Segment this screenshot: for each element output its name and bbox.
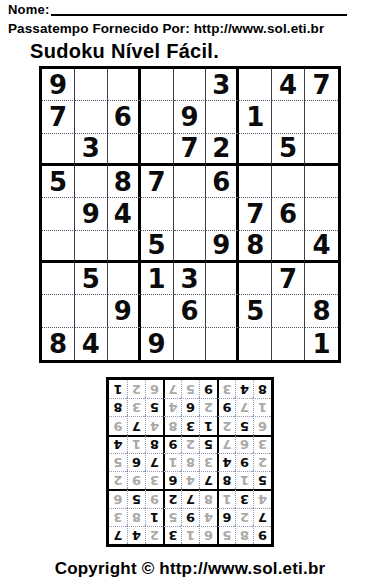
sudoku-cell xyxy=(42,134,75,166)
solution-cell: 2 xyxy=(163,489,181,507)
solution-cell: 4 xyxy=(163,398,181,416)
solution-cell: 9 xyxy=(163,435,181,453)
solution-cell: 2 xyxy=(235,508,253,526)
sudoku-cell xyxy=(174,198,207,230)
solution-cell: 2 xyxy=(181,435,199,453)
sudoku-cell: 7 xyxy=(141,166,174,198)
sudoku-cell xyxy=(75,166,108,198)
solution-cell: 9 xyxy=(253,526,271,544)
sudoku-cell xyxy=(141,134,174,166)
solution-cell: 7 xyxy=(199,471,217,489)
sudoku-cell xyxy=(239,328,272,360)
sudoku-cell: 7 xyxy=(272,263,305,295)
solution-cell: 9 xyxy=(127,471,145,489)
sudoku-cell xyxy=(206,295,239,327)
solution-cell: 6 xyxy=(109,489,127,507)
sudoku-cell xyxy=(206,198,239,230)
solution-cell: 5 xyxy=(181,380,199,398)
sudoku-cell xyxy=(174,166,207,198)
solution-cell: 6 xyxy=(217,508,235,526)
sudoku-cell xyxy=(42,263,75,295)
solution-cell: 8 xyxy=(253,380,271,398)
printable-sudoku-page: Nome: Passatempo Fornecido Por: http://w… xyxy=(0,0,380,585)
sudoku-cell: 7 xyxy=(174,134,207,166)
sudoku-cell: 9 xyxy=(42,69,75,101)
solution-cell: 1 xyxy=(199,416,217,434)
sudoku-cell xyxy=(206,101,239,133)
sudoku-cell: 3 xyxy=(75,134,108,166)
solution-cell: 4 xyxy=(127,526,145,544)
solution-cell: 4 xyxy=(109,435,127,453)
sudoku-cell xyxy=(272,166,305,198)
sudoku-cell xyxy=(75,101,108,133)
sudoku-cell xyxy=(75,295,108,327)
sudoku-cell xyxy=(174,231,207,263)
sudoku-cell xyxy=(108,134,141,166)
sudoku-cell: 9 xyxy=(206,231,239,263)
solution-cell: 1 xyxy=(163,453,181,471)
solution-cell: 6 xyxy=(145,380,163,398)
solution-cell: 6 xyxy=(235,435,253,453)
solution-cell: 4 xyxy=(145,416,163,434)
solution-cell: 8 xyxy=(235,526,253,544)
sudoku-cell xyxy=(108,328,141,360)
solution-cell: 1 xyxy=(235,471,253,489)
solution-cell: 3 xyxy=(109,508,127,526)
sudoku-cell xyxy=(206,328,239,360)
solution-cell: 8 xyxy=(163,416,181,434)
sudoku-cell xyxy=(108,263,141,295)
solution-cell: 9 xyxy=(199,380,217,398)
solution-cell: 1 xyxy=(109,380,127,398)
sudoku-cell: 8 xyxy=(305,295,338,327)
solution-cell: 3 xyxy=(235,489,253,507)
solution-cell: 3 xyxy=(181,416,199,434)
solution-cell: 8 xyxy=(217,471,235,489)
solution-cell: 4 xyxy=(217,453,235,471)
sudoku-cell: 5 xyxy=(141,231,174,263)
sudoku-cell xyxy=(239,263,272,295)
solution-cell: 3 xyxy=(127,398,145,416)
solution-cell: 8 xyxy=(109,398,127,416)
sudoku-cell xyxy=(305,198,338,230)
sudoku-cell: 5 xyxy=(42,166,75,198)
provided-by-text: Passatempo Fornecido Por: http://www.sol… xyxy=(8,21,324,36)
solution-cell: 5 xyxy=(127,489,145,507)
solution-cell: 7 xyxy=(181,489,199,507)
solution-cell: 5 xyxy=(199,435,217,453)
sudoku-cell xyxy=(141,101,174,133)
solution-cell: 7 xyxy=(127,416,145,434)
solution-cell: 2 xyxy=(199,398,217,416)
solution-cell: 7 xyxy=(163,380,181,398)
sudoku-cell: 7 xyxy=(42,101,75,133)
solution-cell: 1 xyxy=(253,398,271,416)
sudoku-cell: 9 xyxy=(174,101,207,133)
solution-cell: 7 xyxy=(235,398,253,416)
solution-cell: 7 xyxy=(253,508,271,526)
solution-cell: 9 xyxy=(109,416,127,434)
sudoku-cell xyxy=(75,69,108,101)
sudoku-cell xyxy=(174,69,207,101)
solution-cell: 5 xyxy=(217,526,235,544)
sudoku-cell: 5 xyxy=(75,263,108,295)
sudoku-cell xyxy=(305,166,338,198)
sudoku-cell xyxy=(272,231,305,263)
sudoku-cell: 9 xyxy=(141,328,174,360)
sudoku-cell xyxy=(42,295,75,327)
sudoku-cell xyxy=(305,101,338,133)
sudoku-cell: 6 xyxy=(272,198,305,230)
sudoku-cell xyxy=(108,69,141,101)
sudoku-cell: 4 xyxy=(272,69,305,101)
solution-cell: 2 xyxy=(127,380,145,398)
sudoku-cell: 4 xyxy=(305,231,338,263)
sudoku-cell xyxy=(272,295,305,327)
solution-cell: 4 xyxy=(199,508,217,526)
sudoku-cell xyxy=(42,231,75,263)
solution-cell: 9 xyxy=(217,398,235,416)
solution-cell: 3 xyxy=(163,526,181,544)
solution-cell: 2 xyxy=(253,453,271,471)
solution-cell: 5 xyxy=(253,471,271,489)
sudoku-cell: 1 xyxy=(239,101,272,133)
solution-cell: 7 xyxy=(145,453,163,471)
sudoku-cell xyxy=(272,101,305,133)
sudoku-cell: 8 xyxy=(239,231,272,263)
solution-cell: 5 xyxy=(163,508,181,526)
sudoku-cell xyxy=(42,198,75,230)
solution-cell: 2 xyxy=(217,416,235,434)
solution-cell: 1 xyxy=(181,526,199,544)
sudoku-cell xyxy=(305,134,338,166)
solution-grid-upside-down: 9856132477264951834318729565187463922943… xyxy=(106,377,274,547)
solution-cell: 3 xyxy=(253,435,271,453)
sudoku-cell: 6 xyxy=(108,101,141,133)
solution-cell: 6 xyxy=(181,398,199,416)
solution-cell: 6 xyxy=(199,526,217,544)
sudoku-cell xyxy=(239,166,272,198)
solution-cell: 1 xyxy=(127,435,145,453)
sudoku-cell: 2 xyxy=(206,134,239,166)
sudoku-cell xyxy=(141,198,174,230)
solution-cell: 8 xyxy=(199,489,217,507)
sudoku-cell: 3 xyxy=(174,263,207,295)
copyright: Copyright © http://www.sol.eti.br xyxy=(0,559,380,579)
solution-cell: 6 xyxy=(253,416,271,434)
solution-cell: 1 xyxy=(217,489,235,507)
solution-cell: 5 xyxy=(109,453,127,471)
solution-cell: 8 xyxy=(145,435,163,453)
sudoku-cell: 6 xyxy=(174,295,207,327)
sudoku-cell xyxy=(239,134,272,166)
solution-cell: 9 xyxy=(145,489,163,507)
sudoku-cell xyxy=(272,328,305,360)
sudoku-cell xyxy=(141,295,174,327)
sudoku-cell xyxy=(174,328,207,360)
solution-cell: 3 xyxy=(217,380,235,398)
solution-cell: 1 xyxy=(145,508,163,526)
sudoku-cell: 7 xyxy=(305,69,338,101)
solution-cell: 4 xyxy=(181,471,199,489)
solution-cell: 9 xyxy=(181,508,199,526)
sudoku-cell: 8 xyxy=(108,166,141,198)
sudoku-cell: 5 xyxy=(239,295,272,327)
name-label: Nome: xyxy=(8,2,49,17)
sudoku-cell: 8 xyxy=(42,328,75,360)
sudoku-cell: 4 xyxy=(108,198,141,230)
sudoku-cell xyxy=(108,231,141,263)
sudoku-cell xyxy=(239,69,272,101)
solution-cell: 2 xyxy=(145,526,163,544)
solution-cell: 8 xyxy=(127,508,145,526)
page-title: Sudoku Nível Fácil. xyxy=(30,40,219,63)
sudoku-cell xyxy=(206,263,239,295)
sudoku-cell xyxy=(75,231,108,263)
solution-cell: 4 xyxy=(253,489,271,507)
solution-cell: 7 xyxy=(109,526,127,544)
solution-cell: 3 xyxy=(145,471,163,489)
sudoku-cell: 6 xyxy=(206,166,239,198)
sudoku-cell: 4 xyxy=(75,328,108,360)
name-fill-line xyxy=(51,14,347,16)
solution-cell: 2 xyxy=(109,471,127,489)
solution-cell: 6 xyxy=(163,471,181,489)
sudoku-cell xyxy=(305,263,338,295)
sudoku-cell: 7 xyxy=(239,198,272,230)
solution-cell: 6 xyxy=(127,453,145,471)
sudoku-grid: 934776913725587694765984513796588491 xyxy=(39,66,341,363)
sudoku-cell: 9 xyxy=(108,295,141,327)
solution-cell: 9 xyxy=(235,453,253,471)
sudoku-cell: 5 xyxy=(272,134,305,166)
sudoku-cell: 9 xyxy=(75,198,108,230)
solution-cell: 5 xyxy=(145,398,163,416)
solution-cell: 3 xyxy=(199,453,217,471)
sudoku-cell: 1 xyxy=(305,328,338,360)
solution-cell: 8 xyxy=(181,453,199,471)
sudoku-cell: 1 xyxy=(141,263,174,295)
sudoku-cell: 3 xyxy=(206,69,239,101)
solution-cell: 4 xyxy=(235,380,253,398)
sudoku-cell xyxy=(141,69,174,101)
solution-cell: 7 xyxy=(217,435,235,453)
solution-cell: 5 xyxy=(235,416,253,434)
